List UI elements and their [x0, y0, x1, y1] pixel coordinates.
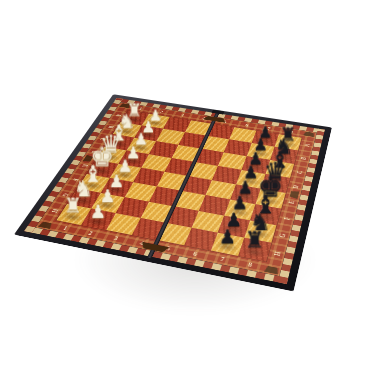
chess-board: 12345678 12345678 ABCDEFGH ABCDEFGH ♜♟♟♜…: [13, 94, 331, 291]
white-pawn[interactable]: ♟: [81, 202, 112, 220]
perspective-scene: 12345678 12345678 ABCDEFGH ABCDEFGH ♜♟♟♜…: [0, 0, 375, 375]
product-photo-stage: 12345678 12345678 ABCDEFGH ABCDEFGH ♜♟♟♜…: [0, 0, 375, 375]
black-rook[interactable]: ♜: [237, 229, 270, 251]
tilted-chess-set: 12345678 12345678 ABCDEFGH ABCDEFGH ♜♟♟♜…: [13, 94, 331, 291]
